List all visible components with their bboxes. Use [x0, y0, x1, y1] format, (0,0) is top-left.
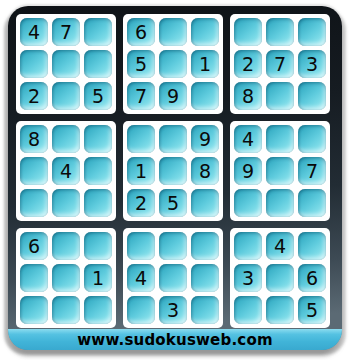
cell-r2c8-given[interactable]: 7 [266, 50, 294, 78]
cell-r1c4-given[interactable]: 6 [127, 18, 155, 46]
cell-r8c1-empty[interactable] [20, 264, 48, 292]
cell-r7c6-empty[interactable] [191, 232, 219, 260]
cell-r7c7-empty[interactable] [234, 232, 262, 260]
cell-r4c1-given[interactable]: 8 [20, 125, 48, 153]
cell-r3c5-given[interactable]: 9 [159, 82, 187, 110]
cell-r6c3-empty[interactable] [84, 189, 112, 217]
cell-r3c2-empty[interactable] [52, 82, 80, 110]
cell-r8c7-given[interactable]: 3 [234, 264, 262, 292]
cell-r7c3-empty[interactable] [84, 232, 112, 260]
cell-r5c2-given[interactable]: 4 [52, 157, 80, 185]
cell-r5c3-empty[interactable] [84, 157, 112, 185]
cell-r4c6-given[interactable]: 9 [191, 125, 219, 153]
box-r2c3: 497 [230, 121, 330, 221]
cell-r8c5-empty[interactable] [159, 264, 187, 292]
cell-r8c4-given[interactable]: 4 [127, 264, 155, 292]
cell-r1c3-empty[interactable] [84, 18, 112, 46]
cell-r9c3-empty[interactable] [84, 296, 112, 324]
cell-r2c2-empty[interactable] [52, 50, 80, 78]
cell-r1c7-empty[interactable] [234, 18, 262, 46]
cell-r6c5-given[interactable]: 5 [159, 189, 187, 217]
cell-r4c9-empty[interactable] [298, 125, 326, 153]
cell-r1c2-given[interactable]: 7 [52, 18, 80, 46]
cell-r6c2-empty[interactable] [52, 189, 80, 217]
cell-r5c7-given[interactable]: 9 [234, 157, 262, 185]
cell-r3c4-given[interactable]: 7 [127, 82, 155, 110]
cell-r2c1-empty[interactable] [20, 50, 48, 78]
cell-r6c9-empty[interactable] [298, 189, 326, 217]
cell-r6c8-empty[interactable] [266, 189, 294, 217]
box-r2c2: 91825 [123, 121, 223, 221]
cell-r5c4-given[interactable]: 1 [127, 157, 155, 185]
cell-r6c1-empty[interactable] [20, 189, 48, 217]
cell-r6c7-empty[interactable] [234, 189, 262, 217]
box-r1c2: 65179 [123, 14, 223, 114]
cell-r1c8-empty[interactable] [266, 18, 294, 46]
cell-r6c4-given[interactable]: 2 [127, 189, 155, 217]
box-r3c3: 4365 [230, 228, 330, 328]
cell-r8c6-empty[interactable] [191, 264, 219, 292]
cell-r3c6-empty[interactable] [191, 82, 219, 110]
cell-r4c3-empty[interactable] [84, 125, 112, 153]
cell-r7c2-empty[interactable] [52, 232, 80, 260]
cell-r8c8-empty[interactable] [266, 264, 294, 292]
cell-r9c7-empty[interactable] [234, 296, 262, 324]
cell-r9c4-empty[interactable] [127, 296, 155, 324]
cell-r5c6-given[interactable]: 8 [191, 157, 219, 185]
sudoku-card: 4725651792738849182549761434365 www.sudo… [8, 6, 342, 350]
cell-r1c6-empty[interactable] [191, 18, 219, 46]
cell-r9c6-empty[interactable] [191, 296, 219, 324]
cell-r3c1-given[interactable]: 2 [20, 82, 48, 110]
box-r1c3: 2738 [230, 14, 330, 114]
cell-r1c9-empty[interactable] [298, 18, 326, 46]
box-r1c1: 4725 [16, 14, 116, 114]
cell-r3c3-given[interactable]: 5 [84, 82, 112, 110]
cell-r4c4-empty[interactable] [127, 125, 155, 153]
cell-r7c9-empty[interactable] [298, 232, 326, 260]
cell-r9c8-empty[interactable] [266, 296, 294, 324]
cell-r5c5-empty[interactable] [159, 157, 187, 185]
footer-band: www.sudokusweb.com [8, 329, 342, 350]
cell-r9c1-empty[interactable] [20, 296, 48, 324]
cell-r4c5-empty[interactable] [159, 125, 187, 153]
box-r2c1: 84 [16, 121, 116, 221]
cell-r2c5-empty[interactable] [159, 50, 187, 78]
cell-r3c8-empty[interactable] [266, 82, 294, 110]
cell-r6c6-empty[interactable] [191, 189, 219, 217]
cell-r8c9-given[interactable]: 6 [298, 264, 326, 292]
box-r3c1: 61 [16, 228, 116, 328]
cell-r9c2-empty[interactable] [52, 296, 80, 324]
cell-r7c8-given[interactable]: 4 [266, 232, 294, 260]
cell-r4c7-given[interactable]: 4 [234, 125, 262, 153]
cell-r5c1-empty[interactable] [20, 157, 48, 185]
cell-r2c7-given[interactable]: 2 [234, 50, 262, 78]
cell-r7c5-empty[interactable] [159, 232, 187, 260]
cell-r2c6-given[interactable]: 1 [191, 50, 219, 78]
cell-r4c2-empty[interactable] [52, 125, 80, 153]
cell-r7c4-empty[interactable] [127, 232, 155, 260]
cell-r8c3-given[interactable]: 1 [84, 264, 112, 292]
cell-r3c9-empty[interactable] [298, 82, 326, 110]
cell-r9c5-given[interactable]: 3 [159, 296, 187, 324]
cell-r5c9-given[interactable]: 7 [298, 157, 326, 185]
cell-r8c2-empty[interactable] [52, 264, 80, 292]
cell-r1c5-empty[interactable] [159, 18, 187, 46]
sudoku-board: 4725651792738849182549761434365 [16, 14, 330, 328]
footer-url-label: www.sudokusweb.com [77, 331, 272, 349]
cell-r2c9-given[interactable]: 3 [298, 50, 326, 78]
cell-r2c4-given[interactable]: 5 [127, 50, 155, 78]
box-r3c2: 43 [123, 228, 223, 328]
cell-r5c8-empty[interactable] [266, 157, 294, 185]
cell-r2c3-empty[interactable] [84, 50, 112, 78]
cell-r1c1-given[interactable]: 4 [20, 18, 48, 46]
cell-r3c7-given[interactable]: 8 [234, 82, 262, 110]
cell-r4c8-empty[interactable] [266, 125, 294, 153]
cell-r9c9-given[interactable]: 5 [298, 296, 326, 324]
cell-r7c1-given[interactable]: 6 [20, 232, 48, 260]
